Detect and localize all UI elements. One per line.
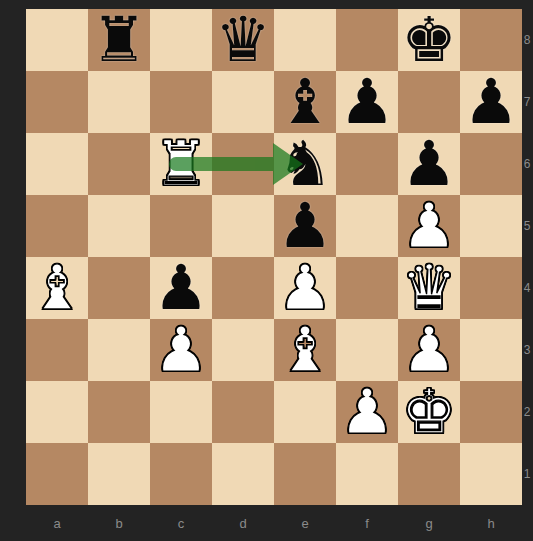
square-f3[interactable] — [336, 319, 398, 381]
square-c6[interactable]: ♜ — [150, 133, 212, 195]
rank-label-2: 2 — [521, 381, 533, 443]
square-b8[interactable]: ♜ — [88, 9, 150, 71]
black-queen-d8[interactable]: ♛ — [215, 9, 271, 71]
board-grid: ♜♛♚♝♟♟♜♞♟♟♟♝♟♟♛♟♝♟♟♚ — [26, 9, 522, 505]
file-label-f: f — [336, 505, 398, 541]
rank-label-7: 7 — [521, 71, 533, 133]
square-d3[interactable] — [212, 319, 274, 381]
black-bishop-e7[interactable]: ♝ — [277, 71, 333, 133]
file-label-b: b — [88, 505, 150, 541]
square-b3[interactable] — [88, 319, 150, 381]
square-b5[interactable] — [88, 195, 150, 257]
square-d1[interactable] — [212, 443, 274, 505]
square-a5[interactable] — [26, 195, 88, 257]
white-pawn-g5[interactable]: ♟ — [401, 195, 457, 257]
white-queen-g4[interactable]: ♛ — [401, 257, 457, 319]
white-bishop-e3[interactable]: ♝ — [277, 319, 333, 381]
square-c7[interactable] — [150, 71, 212, 133]
square-e5[interactable]: ♟ — [274, 195, 336, 257]
square-c2[interactable] — [150, 381, 212, 443]
rank-label-5: 5 — [521, 195, 533, 257]
square-h6[interactable] — [460, 133, 522, 195]
square-a8[interactable] — [26, 9, 88, 71]
file-label-d: d — [212, 505, 274, 541]
square-c8[interactable] — [150, 9, 212, 71]
square-h7[interactable]: ♟ — [460, 71, 522, 133]
black-pawn-f7[interactable]: ♟ — [339, 71, 395, 133]
square-h4[interactable] — [460, 257, 522, 319]
square-b1[interactable] — [88, 443, 150, 505]
square-a3[interactable] — [26, 319, 88, 381]
square-d4[interactable] — [212, 257, 274, 319]
square-b4[interactable] — [88, 257, 150, 319]
square-g7[interactable] — [398, 71, 460, 133]
square-h2[interactable] — [460, 381, 522, 443]
white-pawn-f2[interactable]: ♟ — [339, 381, 395, 443]
white-rook-c6[interactable]: ♜ — [153, 133, 209, 195]
black-king-g8[interactable]: ♚ — [401, 9, 457, 71]
square-g6[interactable]: ♟ — [398, 133, 460, 195]
square-f2[interactable]: ♟ — [336, 381, 398, 443]
square-e1[interactable] — [274, 443, 336, 505]
square-g3[interactable]: ♟ — [398, 319, 460, 381]
rank-label-3: 3 — [521, 319, 533, 381]
square-e8[interactable] — [274, 9, 336, 71]
file-label-e: e — [274, 505, 336, 541]
square-c1[interactable] — [150, 443, 212, 505]
black-pawn-e5[interactable]: ♟ — [277, 195, 333, 257]
rank-label-8: 8 — [521, 9, 533, 71]
square-d7[interactable] — [212, 71, 274, 133]
black-pawn-h7[interactable]: ♟ — [463, 71, 519, 133]
rank-labels: 8 7 6 5 4 3 2 1 — [521, 9, 533, 505]
file-labels: a b c d e f g h — [26, 505, 522, 541]
square-b6[interactable] — [88, 133, 150, 195]
square-h3[interactable] — [460, 319, 522, 381]
white-bishop-a4[interactable]: ♝ — [29, 257, 85, 319]
square-e3[interactable]: ♝ — [274, 319, 336, 381]
file-label-a: a — [26, 505, 88, 541]
square-e6[interactable]: ♞ — [274, 133, 336, 195]
white-king-g2[interactable]: ♚ — [401, 381, 457, 443]
square-f8[interactable] — [336, 9, 398, 71]
white-pawn-c3[interactable]: ♟ — [153, 319, 209, 381]
square-h5[interactable] — [460, 195, 522, 257]
black-pawn-g6[interactable]: ♟ — [401, 133, 457, 195]
square-h1[interactable] — [460, 443, 522, 505]
square-a7[interactable] — [26, 71, 88, 133]
square-c3[interactable]: ♟ — [150, 319, 212, 381]
rank-label-6: 6 — [521, 133, 533, 195]
chess-board-app: ♜♛♚♝♟♟♜♞♟♟♟♝♟♟♛♟♝♟♟♚ a b c d e f g h 8 7… — [0, 0, 533, 541]
square-f7[interactable]: ♟ — [336, 71, 398, 133]
square-g2[interactable]: ♚ — [398, 381, 460, 443]
square-d2[interactable] — [212, 381, 274, 443]
file-label-h: h — [460, 505, 522, 541]
square-a1[interactable] — [26, 443, 88, 505]
square-e2[interactable] — [274, 381, 336, 443]
rank-label-4: 4 — [521, 257, 533, 319]
square-g5[interactable]: ♟ — [398, 195, 460, 257]
file-label-c: c — [150, 505, 212, 541]
square-f6[interactable] — [336, 133, 398, 195]
square-c4[interactable]: ♟ — [150, 257, 212, 319]
square-c5[interactable] — [150, 195, 212, 257]
square-a6[interactable] — [26, 133, 88, 195]
square-g4[interactable]: ♛ — [398, 257, 460, 319]
square-d8[interactable]: ♛ — [212, 9, 274, 71]
white-pawn-e4[interactable]: ♟ — [277, 257, 333, 319]
square-a2[interactable] — [26, 381, 88, 443]
square-e4[interactable]: ♟ — [274, 257, 336, 319]
square-d5[interactable] — [212, 195, 274, 257]
square-g8[interactable]: ♚ — [398, 9, 460, 71]
square-e7[interactable]: ♝ — [274, 71, 336, 133]
square-f1[interactable] — [336, 443, 398, 505]
rank-label-1: 1 — [521, 443, 533, 505]
black-knight-e6[interactable]: ♞ — [277, 133, 333, 195]
square-b2[interactable] — [88, 381, 150, 443]
white-pawn-g3[interactable]: ♟ — [401, 319, 457, 381]
square-h8[interactable] — [460, 9, 522, 71]
black-rook-b8[interactable]: ♜ — [91, 9, 147, 71]
file-label-g: g — [398, 505, 460, 541]
black-pawn-c4[interactable]: ♟ — [153, 257, 209, 319]
square-a4[interactable]: ♝ — [26, 257, 88, 319]
square-d6[interactable] — [212, 133, 274, 195]
square-f5[interactable] — [336, 195, 398, 257]
square-f4[interactable] — [336, 257, 398, 319]
square-b7[interactable] — [88, 71, 150, 133]
square-g1[interactable] — [398, 443, 460, 505]
